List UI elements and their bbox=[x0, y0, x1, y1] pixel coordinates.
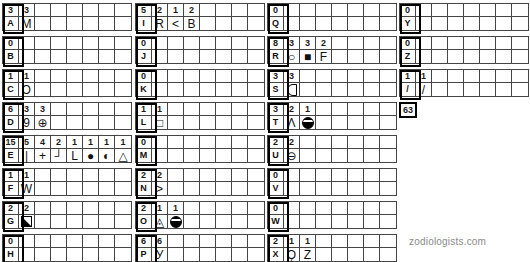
empty-cell bbox=[200, 215, 216, 228]
empty-cell bbox=[300, 70, 316, 83]
empty-cell bbox=[348, 83, 364, 96]
symbol-cell bbox=[168, 215, 184, 228]
cipher-symbol: F bbox=[320, 51, 327, 63]
empty-cell bbox=[232, 235, 248, 248]
empty-cell bbox=[380, 248, 396, 261]
count-cell: 2 bbox=[184, 4, 200, 17]
tally-block-O: 211O◬ bbox=[135, 201, 265, 229]
empty-cell bbox=[232, 116, 248, 129]
empty-cell bbox=[316, 116, 332, 129]
empty-cell bbox=[464, 50, 480, 63]
tally-block-L: 11L□ bbox=[135, 102, 265, 130]
empty-cell bbox=[216, 149, 232, 162]
empty-cell bbox=[416, 50, 432, 63]
empty-cell bbox=[348, 116, 364, 129]
total-count-cell: 0 bbox=[400, 4, 416, 17]
empty-cell bbox=[35, 50, 51, 63]
empty-cell bbox=[232, 50, 248, 63]
count-cell: 3 bbox=[284, 70, 300, 83]
empty-cell bbox=[380, 50, 396, 63]
empty-cell bbox=[168, 182, 184, 195]
empty-cell bbox=[216, 182, 232, 195]
empty-cell bbox=[316, 103, 332, 116]
tally-block-D: 633D9⊕ bbox=[2, 102, 132, 130]
empty-cell bbox=[51, 116, 67, 129]
empty-cell bbox=[348, 136, 364, 149]
tally-block-H: 0H bbox=[2, 234, 132, 262]
symbol-cell bbox=[19, 215, 35, 228]
count-cell: 1 bbox=[152, 202, 168, 215]
empty-cell bbox=[380, 202, 396, 215]
symbol-cell: ○ bbox=[284, 50, 300, 63]
count-cell: 1 bbox=[168, 4, 184, 17]
empty-cell bbox=[200, 17, 216, 30]
tally-block-S: 33S bbox=[267, 69, 397, 97]
letter-cell: C bbox=[3, 83, 19, 96]
tally-sheet: 33AM0B11CƆ633D9⊕155421111E|+┘L●◐△11FW22G… bbox=[0, 0, 530, 262]
empty-cell bbox=[232, 149, 248, 162]
empty-cell bbox=[348, 235, 364, 248]
empty-cell bbox=[115, 17, 131, 30]
empty-cell bbox=[364, 235, 380, 248]
banded-circle-symbol bbox=[170, 216, 182, 228]
letter-cell: Y bbox=[400, 17, 416, 30]
empty-cell bbox=[99, 248, 115, 261]
empty-cell bbox=[51, 169, 67, 182]
empty-cell bbox=[83, 83, 99, 96]
empty-cell bbox=[332, 103, 348, 116]
empty-cell bbox=[99, 4, 115, 17]
empty-cell bbox=[380, 215, 396, 228]
count-cell: 1 bbox=[115, 136, 131, 149]
empty-cell bbox=[416, 17, 432, 30]
empty-cell bbox=[200, 248, 216, 261]
letter-cell: G bbox=[3, 215, 19, 228]
empty-cell bbox=[168, 70, 184, 83]
empty-cell bbox=[380, 235, 396, 248]
total-count-cell: 0 bbox=[136, 136, 152, 149]
empty-cell bbox=[332, 215, 348, 228]
empty-cell bbox=[184, 136, 200, 149]
total-count-cell: 8 bbox=[268, 37, 284, 50]
symbol-cell: Ǫ bbox=[284, 248, 300, 261]
empty-cell bbox=[51, 215, 67, 228]
reversed-d-symbol bbox=[287, 84, 297, 96]
empty-cell bbox=[51, 70, 67, 83]
empty-cell bbox=[380, 83, 396, 96]
empty-cell bbox=[67, 202, 83, 215]
empty-cell bbox=[83, 70, 99, 83]
count-cell: 2 bbox=[19, 202, 35, 215]
total-count-cell: 1 bbox=[136, 103, 152, 116]
empty-cell bbox=[332, 4, 348, 17]
empty-cell bbox=[67, 4, 83, 17]
total-count-cell: 2 bbox=[3, 202, 19, 215]
empty-cell bbox=[496, 17, 512, 30]
empty-cell bbox=[168, 136, 184, 149]
empty-cell bbox=[184, 103, 200, 116]
empty-cell bbox=[184, 202, 200, 215]
empty-cell bbox=[115, 83, 131, 96]
empty-cell bbox=[316, 136, 332, 149]
empty-cell bbox=[200, 136, 216, 149]
empty-cell bbox=[480, 17, 496, 30]
total-count-cell: 2 bbox=[136, 169, 152, 182]
empty-cell bbox=[248, 4, 264, 17]
symbol-cell: F bbox=[316, 50, 332, 63]
empty-cell bbox=[232, 17, 248, 30]
letter-cell: Q bbox=[268, 17, 284, 30]
empty-cell bbox=[416, 37, 432, 50]
empty-cell bbox=[432, 17, 448, 30]
empty-cell bbox=[248, 215, 264, 228]
empty-cell bbox=[316, 202, 332, 215]
count-cell: 1 bbox=[19, 169, 35, 182]
empty-cell bbox=[35, 235, 51, 248]
empty-cell bbox=[216, 4, 232, 17]
empty-cell bbox=[200, 235, 216, 248]
symbol-cell bbox=[284, 83, 300, 96]
tally-block-B: 0B bbox=[2, 36, 132, 64]
empty-cell bbox=[67, 103, 83, 116]
symbol-cell: ◬ bbox=[152, 215, 168, 228]
empty-cell bbox=[83, 182, 99, 195]
empty-cell bbox=[496, 37, 512, 50]
empty-cell bbox=[115, 70, 131, 83]
empty-cell bbox=[216, 103, 232, 116]
empty-cell bbox=[364, 103, 380, 116]
empty-cell bbox=[200, 50, 216, 63]
empty-cell bbox=[348, 4, 364, 17]
empty-cell bbox=[168, 169, 184, 182]
empty-cell bbox=[332, 182, 348, 195]
empty-cell bbox=[67, 182, 83, 195]
tally-column-4: 0Y0Z11// bbox=[399, 3, 529, 102]
empty-cell bbox=[380, 17, 396, 30]
empty-cell bbox=[348, 202, 364, 215]
empty-cell bbox=[464, 70, 480, 83]
empty-cell bbox=[512, 70, 528, 83]
empty-cell bbox=[480, 83, 496, 96]
empty-cell bbox=[348, 17, 364, 30]
symbol-cell: M bbox=[19, 17, 35, 30]
empty-cell bbox=[300, 83, 316, 96]
empty-cell bbox=[316, 70, 332, 83]
tally-block-P: 66PУ bbox=[135, 234, 265, 262]
empty-cell bbox=[232, 136, 248, 149]
half-square-symbol bbox=[21, 216, 32, 227]
count-cell: 1 bbox=[416, 70, 432, 83]
empty-cell bbox=[248, 202, 264, 215]
empty-cell bbox=[332, 169, 348, 182]
empty-cell bbox=[332, 50, 348, 63]
empty-cell bbox=[248, 248, 264, 261]
empty-cell bbox=[152, 70, 168, 83]
cipher-symbol: R bbox=[155, 18, 164, 30]
empty-cell bbox=[348, 248, 364, 261]
empty-cell bbox=[248, 136, 264, 149]
count-cell: 3 bbox=[19, 4, 35, 17]
count-cell: 1 bbox=[300, 103, 316, 116]
cipher-symbol: > bbox=[156, 183, 163, 195]
letter-cell: E bbox=[3, 149, 19, 162]
count-cell: 2 bbox=[284, 136, 300, 149]
empty-cell bbox=[35, 83, 51, 96]
empty-cell bbox=[35, 248, 51, 261]
cipher-symbol: L bbox=[71, 150, 78, 162]
total-count-cell: 2 bbox=[268, 235, 284, 248]
count-cell: 1 bbox=[67, 136, 83, 149]
cipher-symbol: + bbox=[39, 150, 46, 162]
empty-cell bbox=[152, 83, 168, 96]
empty-cell bbox=[284, 169, 300, 182]
symbol-cell: ┘ bbox=[51, 149, 67, 162]
empty-cell bbox=[248, 149, 264, 162]
grand-total-cell: 63 bbox=[399, 102, 417, 118]
empty-cell bbox=[448, 83, 464, 96]
symbol-cell: Ɔ bbox=[19, 83, 35, 96]
cipher-symbol: Λ bbox=[287, 117, 295, 129]
empty-cell bbox=[316, 235, 332, 248]
letter-cell: / bbox=[400, 83, 416, 96]
empty-cell bbox=[168, 50, 184, 63]
count-cell: 2 bbox=[152, 4, 168, 17]
symbol-cell: □ bbox=[152, 116, 168, 129]
empty-cell bbox=[115, 235, 131, 248]
count-cell: 1 bbox=[168, 202, 184, 215]
count-cell: 6 bbox=[152, 235, 168, 248]
total-count-cell: 3 bbox=[268, 70, 284, 83]
tally-block-Q: 0Q bbox=[267, 3, 397, 31]
empty-cell bbox=[332, 17, 348, 30]
empty-cell bbox=[200, 149, 216, 162]
empty-cell bbox=[284, 215, 300, 228]
letter-cell: M bbox=[136, 149, 152, 162]
symbol-cell: W bbox=[19, 182, 35, 195]
symbol-cell: < bbox=[168, 17, 184, 30]
empty-cell bbox=[67, 83, 83, 96]
empty-cell bbox=[168, 235, 184, 248]
empty-cell bbox=[83, 103, 99, 116]
cipher-symbol: ⊕ bbox=[37, 117, 47, 129]
empty-cell bbox=[364, 70, 380, 83]
tally-block-W: 0W bbox=[267, 201, 397, 229]
empty-cell bbox=[332, 235, 348, 248]
tally-block-G: 22G bbox=[2, 201, 132, 229]
empty-cell bbox=[67, 235, 83, 248]
empty-cell bbox=[364, 248, 380, 261]
empty-cell bbox=[432, 37, 448, 50]
empty-cell bbox=[512, 83, 528, 96]
empty-cell bbox=[67, 116, 83, 129]
empty-cell bbox=[316, 17, 332, 30]
empty-cell bbox=[248, 103, 264, 116]
empty-cell bbox=[115, 116, 131, 129]
empty-cell bbox=[448, 17, 464, 30]
empty-cell bbox=[332, 116, 348, 129]
count-cell: 2 bbox=[284, 103, 300, 116]
empty-cell bbox=[216, 202, 232, 215]
total-count-cell: 6 bbox=[136, 235, 152, 248]
letter-cell: U bbox=[268, 149, 284, 162]
count-cell: 1 bbox=[300, 235, 316, 248]
tally-block-X: 211XǪZ bbox=[267, 234, 397, 262]
empty-cell bbox=[51, 103, 67, 116]
empty-cell bbox=[184, 37, 200, 50]
empty-cell bbox=[432, 83, 448, 96]
site-credit: zodiologists.com bbox=[409, 236, 486, 247]
symbol-cell: 9 bbox=[19, 116, 35, 129]
symbol-cell: ⊕ bbox=[35, 116, 51, 129]
empty-cell bbox=[364, 136, 380, 149]
empty-cell bbox=[348, 169, 364, 182]
empty-cell bbox=[115, 202, 131, 215]
empty-cell bbox=[480, 37, 496, 50]
empty-cell bbox=[35, 202, 51, 215]
letter-cell: P bbox=[136, 248, 152, 261]
empty-cell bbox=[152, 50, 168, 63]
symbol-cell: R bbox=[152, 17, 168, 30]
total-count-cell: 2 bbox=[268, 136, 284, 149]
empty-cell bbox=[99, 215, 115, 228]
empty-cell bbox=[168, 83, 184, 96]
count-cell: 1 bbox=[19, 70, 35, 83]
total-count-cell: 15 bbox=[3, 136, 19, 149]
empty-cell bbox=[67, 169, 83, 182]
empty-cell bbox=[184, 149, 200, 162]
empty-cell bbox=[348, 70, 364, 83]
total-count-cell: 0 bbox=[136, 70, 152, 83]
empty-cell bbox=[284, 17, 300, 30]
symbol-cell: ⊖ bbox=[284, 149, 300, 162]
empty-cell bbox=[200, 103, 216, 116]
empty-cell bbox=[67, 70, 83, 83]
empty-cell bbox=[83, 235, 99, 248]
empty-cell bbox=[364, 37, 380, 50]
empty-cell bbox=[184, 70, 200, 83]
empty-cell bbox=[316, 169, 332, 182]
letter-cell: R bbox=[268, 50, 284, 63]
empty-cell bbox=[184, 215, 200, 228]
letter-cell: F bbox=[3, 182, 19, 195]
empty-cell bbox=[316, 182, 332, 195]
tally-block-R: 8332R○■F bbox=[267, 36, 397, 64]
cipher-symbol: 9 bbox=[23, 117, 30, 129]
empty-cell bbox=[168, 103, 184, 116]
empty-cell bbox=[464, 37, 480, 50]
empty-cell bbox=[364, 17, 380, 30]
empty-cell bbox=[316, 149, 332, 162]
letter-cell: D bbox=[3, 116, 19, 129]
empty-cell bbox=[364, 202, 380, 215]
empty-cell bbox=[380, 169, 396, 182]
empty-cell bbox=[19, 235, 35, 248]
empty-cell bbox=[380, 182, 396, 195]
empty-cell bbox=[83, 202, 99, 215]
letter-cell: J bbox=[136, 50, 152, 63]
cipher-symbol: ◐ bbox=[103, 150, 110, 162]
empty-cell bbox=[380, 136, 396, 149]
tally-block-Y: 0Y bbox=[399, 3, 529, 31]
tally-block-J: 0J bbox=[135, 36, 265, 64]
total-count-cell: 3 bbox=[3, 4, 19, 17]
empty-cell bbox=[248, 235, 264, 248]
empty-cell bbox=[67, 50, 83, 63]
total-count-cell: 2 bbox=[136, 202, 152, 215]
empty-cell bbox=[380, 70, 396, 83]
symbol-cell: B bbox=[184, 17, 200, 30]
empty-cell bbox=[51, 182, 67, 195]
empty-cell bbox=[232, 70, 248, 83]
tally-column-3: 0Q8332R○■F33S321TΛ22U⊖0V0W211XǪZ bbox=[267, 3, 397, 262]
empty-cell bbox=[51, 4, 67, 17]
empty-cell bbox=[316, 83, 332, 96]
empty-cell bbox=[380, 149, 396, 162]
empty-cell bbox=[416, 4, 432, 17]
total-count-cell: 6 bbox=[3, 103, 19, 116]
empty-cell bbox=[232, 215, 248, 228]
empty-cell bbox=[512, 50, 528, 63]
empty-cell bbox=[184, 235, 200, 248]
cipher-symbol: W bbox=[21, 183, 32, 195]
total-count-cell: 3 bbox=[268, 103, 284, 116]
empty-cell bbox=[448, 70, 464, 83]
empty-cell bbox=[300, 169, 316, 182]
count-cell: 3 bbox=[35, 103, 51, 116]
total-count-cell: 0 bbox=[3, 235, 19, 248]
empty-cell bbox=[380, 37, 396, 50]
letter-cell: V bbox=[268, 182, 284, 195]
count-cell: 3 bbox=[19, 103, 35, 116]
empty-cell bbox=[35, 215, 51, 228]
tally-block-A: 33AM bbox=[2, 3, 132, 31]
empty-cell bbox=[51, 202, 67, 215]
empty-cell bbox=[216, 17, 232, 30]
tally-block-C: 11CƆ bbox=[2, 69, 132, 97]
tally-block-T: 321TΛ bbox=[267, 102, 397, 130]
empty-cell bbox=[35, 70, 51, 83]
empty-cell bbox=[184, 50, 200, 63]
cipher-symbol: ⊖ bbox=[286, 150, 296, 162]
empty-cell bbox=[99, 202, 115, 215]
empty-cell bbox=[216, 235, 232, 248]
cipher-symbol: B bbox=[187, 18, 195, 30]
empty-cell bbox=[83, 17, 99, 30]
letter-cell: A bbox=[3, 17, 19, 30]
empty-cell bbox=[168, 37, 184, 50]
empty-cell bbox=[35, 17, 51, 30]
empty-cell bbox=[496, 50, 512, 63]
total-count-cell: 0 bbox=[3, 37, 19, 50]
empty-cell bbox=[115, 4, 131, 17]
empty-cell bbox=[67, 248, 83, 261]
empty-cell bbox=[496, 83, 512, 96]
empty-cell bbox=[348, 103, 364, 116]
empty-cell bbox=[216, 169, 232, 182]
empty-cell bbox=[99, 169, 115, 182]
empty-cell bbox=[448, 50, 464, 63]
empty-cell bbox=[184, 182, 200, 195]
empty-cell bbox=[51, 17, 67, 30]
empty-cell bbox=[200, 202, 216, 215]
empty-cell bbox=[200, 70, 216, 83]
empty-cell bbox=[216, 136, 232, 149]
symbol-cell: / bbox=[416, 83, 432, 96]
letter-cell: K bbox=[136, 83, 152, 96]
symbol-cell: У bbox=[152, 248, 168, 261]
empty-cell bbox=[248, 37, 264, 50]
count-cell: 1 bbox=[99, 136, 115, 149]
